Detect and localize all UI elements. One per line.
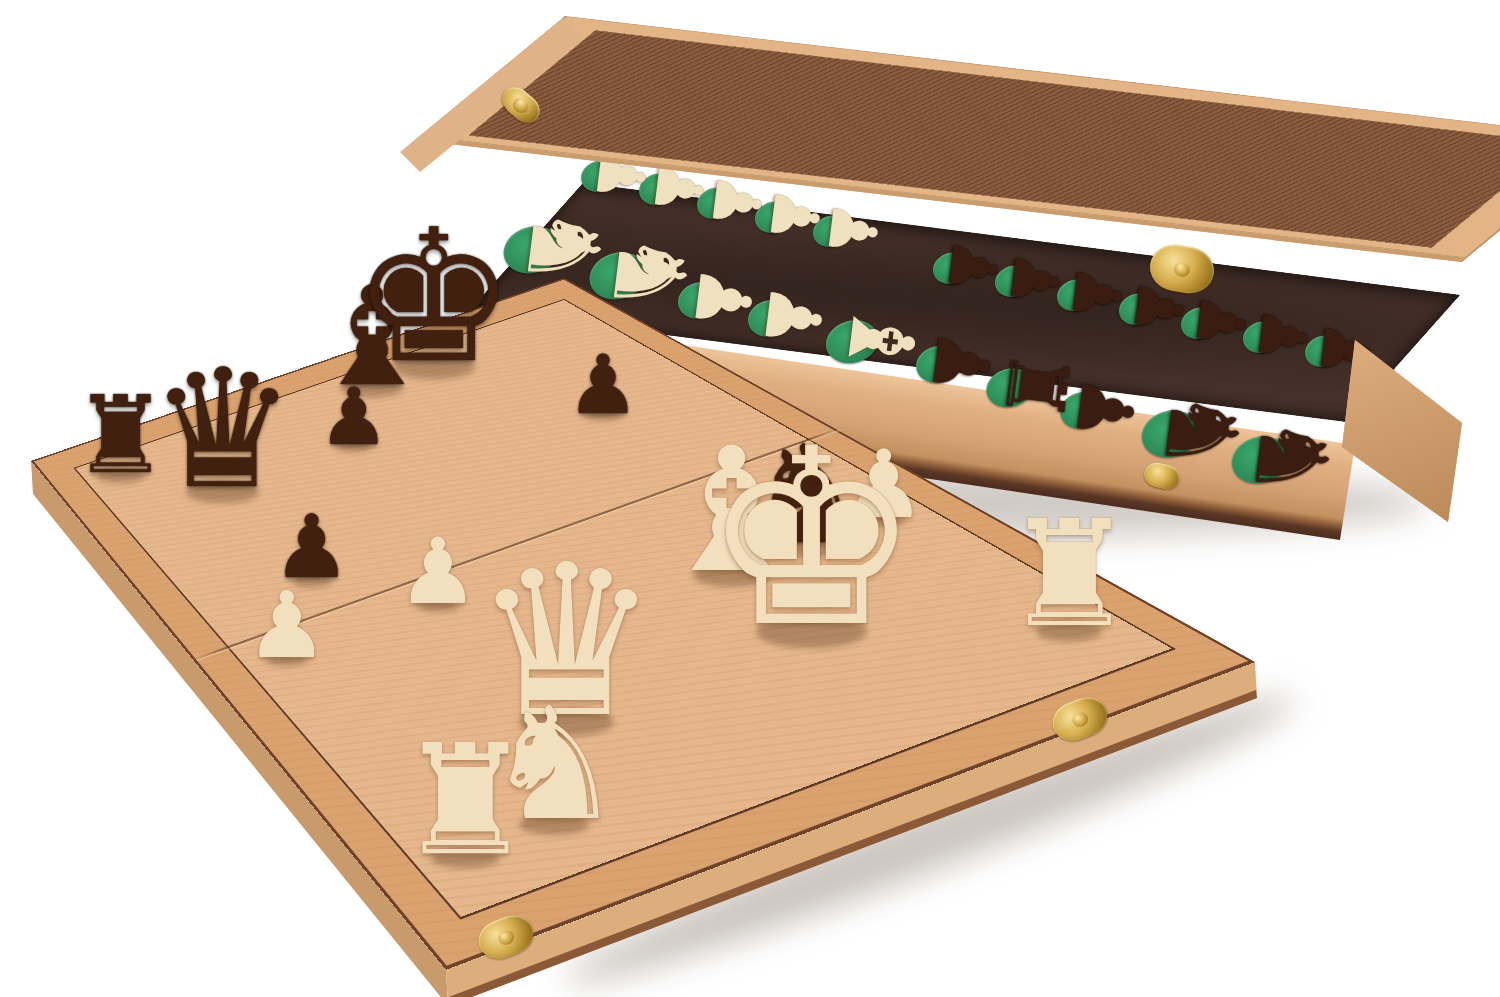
chess-piece-black-queen: ♛	[149, 348, 296, 512]
chess-piece-black-pawn: ♟	[318, 377, 389, 456]
chess-piece-white-pawn: ♟	[246, 579, 329, 671]
chess-piece-white-pawn: ♟	[397, 525, 479, 616]
chess-piece-white-king: ♚	[702, 417, 921, 662]
chess-piece-black-king: ♚	[352, 206, 516, 389]
chess-piece-white-rook: ♜	[1003, 502, 1135, 649]
chess-piece-black-pawn: ♟	[566, 344, 639, 426]
latch-knob-icon	[496, 928, 516, 947]
latch-knob-icon	[1070, 710, 1090, 729]
chess-piece-white-knight: ♞	[484, 687, 624, 843]
scene: ♟♟♟♟♟♟♟♟♟♟♟♟♞♞♟♟♝♟♜♟♞♞ ♜♝♚♛♟♟♟♟♟♞♝♟♛♚♜♞♜	[0, 0, 1500, 997]
